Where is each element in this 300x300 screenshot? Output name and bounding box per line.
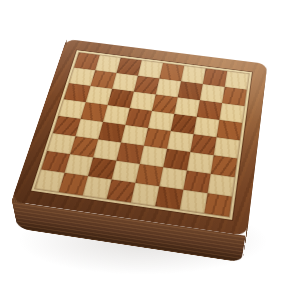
board-grid xyxy=(35,52,249,216)
board-square-r8c7 xyxy=(180,190,208,213)
board-square-r7c4 xyxy=(112,161,140,183)
board-square-r5c1 xyxy=(53,116,81,136)
board-square-r7c8 xyxy=(208,174,235,197)
board-scene xyxy=(0,0,300,300)
board-square-r5c4 xyxy=(121,125,148,146)
chess-board-box xyxy=(11,39,267,236)
board-square-r5c7 xyxy=(190,134,216,155)
board-square-r8c6 xyxy=(155,186,183,209)
board-square-r6c7 xyxy=(187,152,214,174)
board-square-r6c3 xyxy=(93,139,121,160)
board-square-r5c6 xyxy=(167,131,194,152)
board-square-r8c3 xyxy=(83,176,112,199)
board-square-r6c5 xyxy=(140,146,167,168)
board-square-r5c2 xyxy=(75,119,103,139)
board-square-r5c8 xyxy=(214,137,240,158)
board-square-r4c8 xyxy=(217,120,243,140)
board-square-r6c2 xyxy=(70,136,98,157)
board-square-r8c5 xyxy=(131,183,159,206)
product-photo xyxy=(0,0,300,300)
board-square-r7c2 xyxy=(65,154,94,176)
board-square-r6c6 xyxy=(163,149,190,171)
maple-inlay-border xyxy=(31,50,252,220)
board-square-r5c3 xyxy=(98,122,125,143)
board-square-r6c4 xyxy=(116,142,144,163)
board-square-r7c3 xyxy=(88,157,116,179)
board-square-r4c7 xyxy=(194,117,220,137)
board-square-r7c1 xyxy=(41,151,70,173)
board-square-r7c5 xyxy=(135,164,163,186)
board-square-r8c2 xyxy=(59,173,88,196)
board-square-r6c1 xyxy=(47,133,75,154)
board-square-r5c5 xyxy=(144,128,171,149)
board-square-r4c5 xyxy=(148,111,174,131)
board-square-r4c6 xyxy=(171,114,197,134)
board-square-r6c8 xyxy=(211,155,238,177)
board-square-r8c8 xyxy=(204,193,232,217)
board-square-r8c1 xyxy=(35,169,64,192)
board-square-r7c7 xyxy=(183,171,210,194)
board-square-r7c6 xyxy=(159,167,187,189)
board-square-r8c4 xyxy=(107,179,136,202)
